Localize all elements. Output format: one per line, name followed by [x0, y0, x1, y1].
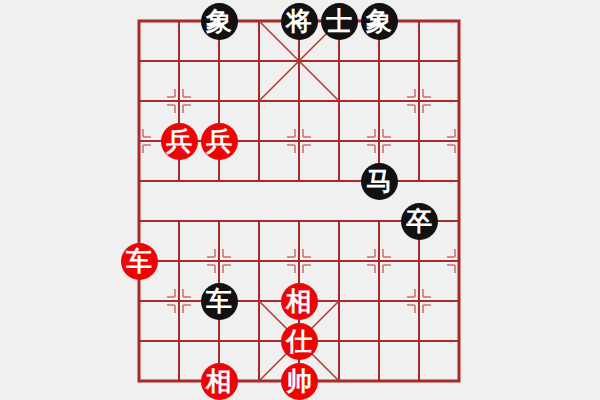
piece-red-soldier[interactable]: 兵 [201, 123, 238, 160]
piece-red-advisor[interactable]: 仕 [281, 323, 318, 360]
piece-black-soldier[interactable]: 卒 [401, 203, 438, 240]
piece-black-elephant[interactable]: 象 [361, 3, 398, 40]
piece-red-general[interactable]: 帅 [281, 363, 318, 400]
piece-red-soldier[interactable]: 兵 [161, 123, 198, 160]
piece-red-elephant[interactable]: 相 [281, 283, 318, 320]
xiangqi-board[interactable]: 象将士象兵兵马卒车车相仕相帅 [119, 1, 479, 400]
piece-black-general[interactable]: 将 [281, 3, 318, 40]
piece-black-advisor[interactable]: 士 [321, 3, 358, 40]
piece-black-horse[interactable]: 马 [361, 163, 398, 200]
piece-black-elephant[interactable]: 象 [201, 3, 238, 40]
piece-black-chariot[interactable]: 车 [201, 283, 238, 320]
piece-red-chariot[interactable]: 车 [121, 243, 158, 280]
xiangqi-screenshot: 象将士象兵兵马卒车车相仕相帅 [0, 0, 600, 400]
piece-red-elephant[interactable]: 相 [201, 363, 238, 400]
